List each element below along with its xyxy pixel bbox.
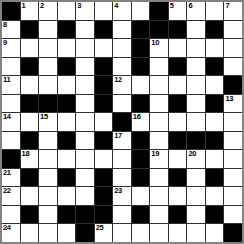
clue-number: 19 — [151, 150, 159, 158]
white-cell[interactable] — [224, 169, 242, 187]
white-cell[interactable] — [187, 76, 205, 94]
black-cell — [187, 132, 205, 150]
black-cell — [39, 95, 57, 113]
black-cell — [95, 21, 113, 39]
white-cell[interactable] — [150, 206, 168, 224]
black-cell — [95, 206, 113, 224]
black-cell — [2, 150, 20, 168]
clue-number: 25 — [96, 224, 104, 232]
white-cell[interactable] — [58, 2, 76, 20]
black-cell — [58, 21, 76, 39]
white-cell[interactable] — [206, 150, 224, 168]
white-cell[interactable] — [76, 150, 94, 168]
white-cell[interactable] — [224, 113, 242, 131]
white-cell[interactable] — [113, 150, 131, 168]
clue-number: 3 — [77, 2, 81, 10]
black-cell — [206, 95, 224, 113]
white-cell[interactable]: 24 — [2, 224, 20, 242]
white-cell[interactable] — [169, 76, 187, 94]
white-cell[interactable] — [39, 224, 57, 242]
white-cell[interactable] — [187, 113, 205, 131]
black-cell — [58, 58, 76, 76]
white-cell[interactable] — [21, 187, 39, 205]
black-cell — [95, 132, 113, 150]
black-cell — [58, 206, 76, 224]
clue-number: 14 — [3, 113, 11, 121]
black-cell — [132, 132, 150, 150]
black-cell — [21, 169, 39, 187]
white-cell[interactable] — [169, 187, 187, 205]
white-cell[interactable]: 16 — [132, 113, 150, 131]
white-cell[interactable] — [150, 76, 168, 94]
black-cell — [169, 95, 187, 113]
black-cell — [132, 39, 150, 57]
white-cell[interactable] — [113, 95, 131, 113]
white-cell[interactable] — [95, 39, 113, 57]
white-cell[interactable]: 25 — [95, 224, 113, 242]
white-cell[interactable]: 6 — [187, 2, 205, 20]
black-cell — [224, 224, 242, 242]
clue-number: 21 — [3, 169, 11, 177]
white-cell[interactable] — [113, 58, 131, 76]
white-cell[interactable] — [76, 187, 94, 205]
white-cell[interactable]: 12 — [113, 76, 131, 94]
white-cell[interactable] — [76, 58, 94, 76]
white-cell[interactable] — [224, 21, 242, 39]
black-cell — [58, 95, 76, 113]
white-cell[interactable]: 8 — [2, 21, 20, 39]
black-cell — [58, 169, 76, 187]
white-cell[interactable] — [2, 132, 20, 150]
white-cell[interactable] — [206, 2, 224, 20]
black-cell — [169, 58, 187, 76]
white-cell[interactable]: 23 — [113, 187, 131, 205]
white-cell[interactable]: 19 — [150, 150, 168, 168]
white-cell[interactable] — [39, 21, 57, 39]
black-cell — [169, 21, 187, 39]
clue-number: 4 — [114, 2, 118, 10]
clue-number: 8 — [3, 21, 7, 29]
clue-number: 9 — [3, 39, 7, 47]
white-cell[interactable] — [169, 224, 187, 242]
white-cell[interactable] — [21, 39, 39, 57]
black-cell — [21, 58, 39, 76]
white-cell[interactable]: 15 — [39, 113, 57, 131]
white-cell[interactable]: 9 — [2, 39, 20, 57]
black-cell — [132, 58, 150, 76]
white-cell[interactable]: 20 — [187, 150, 205, 168]
black-cell — [206, 21, 224, 39]
white-cell[interactable] — [95, 150, 113, 168]
white-cell[interactable] — [150, 113, 168, 131]
white-cell[interactable] — [58, 76, 76, 94]
white-cell[interactable] — [39, 58, 57, 76]
clue-number: 10 — [151, 39, 159, 47]
white-cell[interactable] — [76, 21, 94, 39]
black-cell — [95, 95, 113, 113]
white-cell[interactable] — [2, 206, 20, 224]
white-cell[interactable] — [113, 169, 131, 187]
clue-number: 11 — [3, 76, 10, 84]
black-cell — [95, 169, 113, 187]
white-cell[interactable] — [150, 187, 168, 205]
clue-number: 23 — [114, 187, 122, 195]
white-cell[interactable] — [187, 95, 205, 113]
white-cell[interactable] — [224, 187, 242, 205]
white-cell[interactable] — [187, 224, 205, 242]
white-cell[interactable] — [58, 150, 76, 168]
black-cell — [132, 169, 150, 187]
black-cell — [21, 132, 39, 150]
black-cell — [169, 132, 187, 150]
clue-number: 17 — [114, 132, 122, 140]
white-cell[interactable] — [224, 132, 242, 150]
white-cell[interactable] — [58, 187, 76, 205]
black-cell — [132, 21, 150, 39]
white-cell[interactable] — [206, 187, 224, 205]
black-cell — [169, 206, 187, 224]
black-cell — [224, 76, 242, 94]
black-cell — [2, 2, 20, 20]
clue-number: 22 — [3, 187, 11, 195]
black-cell — [206, 169, 224, 187]
black-cell — [169, 169, 187, 187]
white-cell[interactable] — [150, 132, 168, 150]
white-cell[interactable] — [39, 150, 57, 168]
black-cell — [76, 224, 94, 242]
clue-number: 7 — [225, 2, 229, 10]
white-cell[interactable] — [206, 76, 224, 94]
white-cell[interactable] — [39, 169, 57, 187]
white-cell[interactable] — [224, 206, 242, 224]
white-cell[interactable] — [113, 39, 131, 57]
white-cell[interactable] — [58, 113, 76, 131]
clue-number: 20 — [188, 150, 196, 158]
white-cell[interactable] — [224, 150, 242, 168]
white-cell[interactable] — [39, 76, 57, 94]
white-cell[interactable] — [39, 39, 57, 57]
white-cell[interactable] — [21, 113, 39, 131]
white-cell[interactable]: 2 — [39, 2, 57, 20]
white-cell[interactable]: 17 — [113, 132, 131, 150]
white-cell[interactable] — [39, 206, 57, 224]
black-cell — [132, 95, 150, 113]
white-cell[interactable] — [150, 95, 168, 113]
clue-number: 15 — [40, 113, 48, 121]
white-cell[interactable]: 5 — [169, 2, 187, 20]
white-cell[interactable] — [206, 39, 224, 57]
black-cell — [58, 132, 76, 150]
white-cell[interactable] — [169, 39, 187, 57]
white-cell[interactable] — [76, 113, 94, 131]
black-cell — [150, 2, 168, 20]
white-cell[interactable] — [187, 58, 205, 76]
clue-number: 12 — [114, 76, 122, 84]
white-cell[interactable] — [150, 224, 168, 242]
white-cell[interactable] — [150, 169, 168, 187]
white-cell[interactable]: 21 — [2, 169, 20, 187]
white-cell[interactable]: 14 — [2, 113, 20, 131]
clue-number: 18 — [22, 150, 30, 158]
white-cell[interactable] — [187, 187, 205, 205]
white-cell[interactable] — [21, 224, 39, 242]
black-cell — [206, 132, 224, 150]
white-cell[interactable] — [113, 21, 131, 39]
black-cell — [95, 58, 113, 76]
black-cell — [76, 206, 94, 224]
black-cell — [95, 187, 113, 205]
crossword-grid: 1234567891011121314151617181920212223242… — [0, 0, 244, 244]
white-cell[interactable] — [132, 187, 150, 205]
white-cell[interactable] — [132, 224, 150, 242]
black-cell — [21, 95, 39, 113]
white-cell[interactable] — [76, 39, 94, 57]
white-cell[interactable] — [2, 58, 20, 76]
white-cell[interactable] — [224, 39, 242, 57]
white-cell[interactable] — [187, 206, 205, 224]
white-cell[interactable] — [113, 206, 131, 224]
white-cell[interactable] — [132, 2, 150, 20]
white-cell[interactable] — [169, 150, 187, 168]
clue-number: 2 — [40, 2, 44, 10]
white-cell[interactable] — [187, 39, 205, 57]
black-cell — [132, 206, 150, 224]
white-cell[interactable] — [187, 21, 205, 39]
white-cell[interactable] — [39, 132, 57, 150]
white-cell[interactable] — [150, 58, 168, 76]
white-cell[interactable]: 1 — [21, 2, 39, 20]
white-cell[interactable] — [206, 224, 224, 242]
clue-number: 6 — [188, 2, 192, 10]
white-cell[interactable]: 4 — [113, 2, 131, 20]
white-cell[interactable] — [95, 113, 113, 131]
white-cell[interactable] — [76, 76, 94, 94]
clue-number: 13 — [225, 95, 233, 103]
white-cell[interactable] — [76, 95, 94, 113]
white-cell[interactable] — [187, 169, 205, 187]
clue-number: 16 — [133, 113, 141, 121]
white-cell[interactable]: 18 — [21, 150, 39, 168]
white-cell[interactable]: 7 — [224, 2, 242, 20]
white-cell[interactable]: 11 — [2, 76, 20, 94]
white-cell[interactable] — [95, 2, 113, 20]
white-cell[interactable]: 10 — [150, 39, 168, 57]
clue-number: 5 — [170, 2, 174, 10]
white-cell[interactable] — [21, 76, 39, 94]
white-cell[interactable] — [206, 113, 224, 131]
black-cell — [21, 206, 39, 224]
white-cell[interactable]: 3 — [76, 2, 94, 20]
clue-number: 1 — [22, 2, 26, 10]
white-cell[interactable]: 22 — [2, 187, 20, 205]
black-cell — [21, 21, 39, 39]
white-cell[interactable] — [39, 187, 57, 205]
white-cell[interactable] — [113, 224, 131, 242]
white-cell[interactable] — [132, 76, 150, 94]
white-cell[interactable] — [76, 132, 94, 150]
white-cell[interactable] — [2, 95, 20, 113]
black-cell — [132, 150, 150, 168]
black-cell — [113, 113, 131, 131]
black-cell — [206, 206, 224, 224]
clue-number: 24 — [3, 224, 11, 232]
white-cell[interactable] — [169, 113, 187, 131]
white-cell[interactable] — [224, 58, 242, 76]
black-cell — [206, 58, 224, 76]
white-cell[interactable] — [58, 224, 76, 242]
white-cell[interactable] — [76, 169, 94, 187]
black-cell — [95, 76, 113, 94]
white-cell[interactable] — [58, 39, 76, 57]
black-cell — [150, 21, 168, 39]
white-cell[interactable]: 13 — [224, 95, 242, 113]
